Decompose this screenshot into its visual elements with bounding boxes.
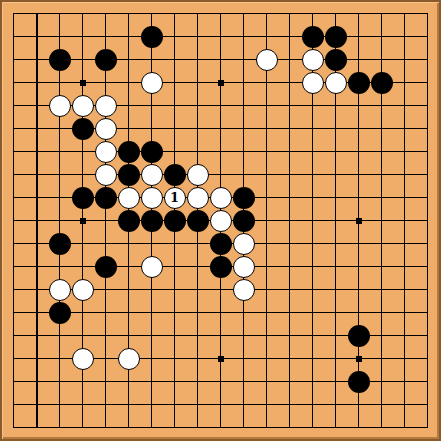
point-Q16[interactable] (347, 71, 370, 94)
point-A3[interactable] (2, 370, 25, 393)
point-M15[interactable] (255, 94, 278, 117)
point-M14[interactable] (255, 117, 278, 140)
black-stone-J10[interactable] (187, 210, 209, 232)
point-M9[interactable] (255, 232, 278, 255)
point-G5[interactable] (140, 324, 163, 347)
point-F2[interactable] (117, 393, 140, 416)
point-T1[interactable] (416, 416, 439, 439)
point-H15[interactable] (163, 94, 186, 117)
black-stone-G18[interactable] (141, 26, 163, 48)
point-Q8[interactable] (347, 255, 370, 278)
point-G10[interactable] (140, 209, 163, 232)
black-stone-D11[interactable] (72, 187, 94, 209)
point-K12[interactable] (209, 163, 232, 186)
point-T15[interactable] (416, 94, 439, 117)
black-stone-P17[interactable] (325, 49, 347, 71)
point-Q12[interactable] (347, 163, 370, 186)
point-S6[interactable] (393, 301, 416, 324)
point-L17[interactable] (232, 48, 255, 71)
point-B1[interactable] (25, 416, 48, 439)
white-stone-M17[interactable] (256, 49, 278, 71)
point-M16[interactable] (255, 71, 278, 94)
point-K8[interactable] (209, 255, 232, 278)
point-A7[interactable] (2, 278, 25, 301)
point-Q14[interactable] (347, 117, 370, 140)
point-A16[interactable] (2, 71, 25, 94)
point-H3[interactable] (163, 370, 186, 393)
point-J2[interactable] (186, 393, 209, 416)
point-F15[interactable] (117, 94, 140, 117)
point-F1[interactable] (117, 416, 140, 439)
white-stone-D7[interactable] (72, 279, 94, 301)
point-H10[interactable] (163, 209, 186, 232)
point-H19[interactable] (163, 2, 186, 25)
point-C2[interactable] (48, 393, 71, 416)
point-S16[interactable] (393, 71, 416, 94)
point-S3[interactable] (393, 370, 416, 393)
point-B2[interactable] (25, 393, 48, 416)
point-C5[interactable] (48, 324, 71, 347)
black-stone-G13[interactable] (141, 141, 163, 163)
point-T18[interactable] (416, 25, 439, 48)
point-P10[interactable] (324, 209, 347, 232)
point-P15[interactable] (324, 94, 347, 117)
white-stone-K10[interactable] (210, 210, 232, 232)
point-J11[interactable] (186, 186, 209, 209)
point-P7[interactable] (324, 278, 347, 301)
point-C16[interactable] (48, 71, 71, 94)
black-stone-G10[interactable] (141, 210, 163, 232)
point-P16[interactable] (324, 71, 347, 94)
point-J7[interactable] (186, 278, 209, 301)
point-E13[interactable] (94, 140, 117, 163)
point-T7[interactable] (416, 278, 439, 301)
point-F18[interactable] (117, 25, 140, 48)
point-N2[interactable] (278, 393, 301, 416)
point-M5[interactable] (255, 324, 278, 347)
point-Q9[interactable] (347, 232, 370, 255)
point-T12[interactable] (416, 163, 439, 186)
point-O8[interactable] (301, 255, 324, 278)
point-D2[interactable] (71, 393, 94, 416)
point-M2[interactable] (255, 393, 278, 416)
point-N3[interactable] (278, 370, 301, 393)
point-F19[interactable] (117, 2, 140, 25)
point-O10[interactable] (301, 209, 324, 232)
point-S4[interactable] (393, 347, 416, 370)
point-N4[interactable] (278, 347, 301, 370)
point-G4[interactable] (140, 347, 163, 370)
point-H12[interactable] (163, 163, 186, 186)
point-O14[interactable] (301, 117, 324, 140)
point-H4[interactable] (163, 347, 186, 370)
point-M1[interactable] (255, 416, 278, 439)
white-stone-D4[interactable] (72, 348, 94, 370)
point-S13[interactable] (393, 140, 416, 163)
point-F11[interactable] (117, 186, 140, 209)
point-O7[interactable] (301, 278, 324, 301)
point-R14[interactable] (370, 117, 393, 140)
point-N17[interactable] (278, 48, 301, 71)
point-F9[interactable] (117, 232, 140, 255)
point-P13[interactable] (324, 140, 347, 163)
point-O6[interactable] (301, 301, 324, 324)
point-L3[interactable] (232, 370, 255, 393)
point-R7[interactable] (370, 278, 393, 301)
white-stone-P16[interactable] (325, 72, 347, 94)
point-Q1[interactable] (347, 416, 370, 439)
point-T13[interactable] (416, 140, 439, 163)
point-E8[interactable] (94, 255, 117, 278)
black-stone-E17[interactable] (95, 49, 117, 71)
point-G2[interactable] (140, 393, 163, 416)
point-R10[interactable] (370, 209, 393, 232)
point-E10[interactable] (94, 209, 117, 232)
point-R1[interactable] (370, 416, 393, 439)
point-D19[interactable] (71, 2, 94, 25)
point-C7[interactable] (48, 278, 71, 301)
point-E19[interactable] (94, 2, 117, 25)
white-stone-F4[interactable] (118, 348, 140, 370)
point-Q7[interactable] (347, 278, 370, 301)
point-P9[interactable] (324, 232, 347, 255)
point-A10[interactable] (2, 209, 25, 232)
point-B8[interactable] (25, 255, 48, 278)
point-T9[interactable] (416, 232, 439, 255)
point-K15[interactable] (209, 94, 232, 117)
white-stone-G8[interactable] (141, 256, 163, 278)
point-G11[interactable] (140, 186, 163, 209)
point-B17[interactable] (25, 48, 48, 71)
point-L9[interactable] (232, 232, 255, 255)
point-G7[interactable] (140, 278, 163, 301)
point-S2[interactable] (393, 393, 416, 416)
point-O18[interactable] (301, 25, 324, 48)
point-P12[interactable] (324, 163, 347, 186)
point-C12[interactable] (48, 163, 71, 186)
point-Q6[interactable] (347, 301, 370, 324)
white-stone-F11[interactable] (118, 187, 140, 209)
point-O4[interactable] (301, 347, 324, 370)
point-S9[interactable] (393, 232, 416, 255)
point-O17[interactable] (301, 48, 324, 71)
point-T5[interactable] (416, 324, 439, 347)
point-D12[interactable] (71, 163, 94, 186)
point-T8[interactable] (416, 255, 439, 278)
point-K17[interactable] (209, 48, 232, 71)
point-P2[interactable] (324, 393, 347, 416)
point-E17[interactable] (94, 48, 117, 71)
black-stone-F13[interactable] (118, 141, 140, 163)
point-P11[interactable] (324, 186, 347, 209)
point-D7[interactable] (71, 278, 94, 301)
point-R12[interactable] (370, 163, 393, 186)
black-stone-D14[interactable] (72, 118, 94, 140)
point-C13[interactable] (48, 140, 71, 163)
point-Q4[interactable] (347, 347, 370, 370)
point-B3[interactable] (25, 370, 48, 393)
point-T3[interactable] (416, 370, 439, 393)
point-E11[interactable] (94, 186, 117, 209)
point-B11[interactable] (25, 186, 48, 209)
point-E7[interactable] (94, 278, 117, 301)
point-T11[interactable] (416, 186, 439, 209)
point-H8[interactable] (163, 255, 186, 278)
point-H17[interactable] (163, 48, 186, 71)
point-B15[interactable] (25, 94, 48, 117)
point-N9[interactable] (278, 232, 301, 255)
point-K4[interactable] (209, 347, 232, 370)
point-B16[interactable] (25, 71, 48, 94)
point-C1[interactable] (48, 416, 71, 439)
point-J13[interactable] (186, 140, 209, 163)
point-B12[interactable] (25, 163, 48, 186)
point-D13[interactable] (71, 140, 94, 163)
point-A19[interactable] (2, 2, 25, 25)
point-D18[interactable] (71, 25, 94, 48)
point-D11[interactable] (71, 186, 94, 209)
white-stone-L9[interactable] (233, 233, 255, 255)
point-A8[interactable] (2, 255, 25, 278)
point-A1[interactable] (2, 416, 25, 439)
point-E6[interactable] (94, 301, 117, 324)
point-D1[interactable] (71, 416, 94, 439)
point-Q11[interactable] (347, 186, 370, 209)
point-H9[interactable] (163, 232, 186, 255)
point-N6[interactable] (278, 301, 301, 324)
point-J19[interactable] (186, 2, 209, 25)
point-P18[interactable] (324, 25, 347, 48)
point-F8[interactable] (117, 255, 140, 278)
point-Q5[interactable] (347, 324, 370, 347)
point-P3[interactable] (324, 370, 347, 393)
point-L19[interactable] (232, 2, 255, 25)
point-G9[interactable] (140, 232, 163, 255)
point-M18[interactable] (255, 25, 278, 48)
point-M19[interactable] (255, 2, 278, 25)
point-C10[interactable] (48, 209, 71, 232)
point-R2[interactable] (370, 393, 393, 416)
point-K16[interactable] (209, 71, 232, 94)
point-S15[interactable] (393, 94, 416, 117)
point-L12[interactable] (232, 163, 255, 186)
white-stone-L8[interactable] (233, 256, 255, 278)
white-stone-J11[interactable] (187, 187, 209, 209)
point-E18[interactable] (94, 25, 117, 48)
point-O5[interactable] (301, 324, 324, 347)
point-J3[interactable] (186, 370, 209, 393)
point-G1[interactable] (140, 416, 163, 439)
point-H11[interactable]: 1 (163, 186, 186, 209)
black-stone-Q5[interactable] (348, 325, 370, 347)
point-H13[interactable] (163, 140, 186, 163)
point-K9[interactable] (209, 232, 232, 255)
point-R17[interactable] (370, 48, 393, 71)
black-stone-E8[interactable] (95, 256, 117, 278)
white-stone-G11[interactable] (141, 187, 163, 209)
point-D14[interactable] (71, 117, 94, 140)
point-L2[interactable] (232, 393, 255, 416)
point-Q15[interactable] (347, 94, 370, 117)
point-K1[interactable] (209, 416, 232, 439)
point-N1[interactable] (278, 416, 301, 439)
point-T14[interactable] (416, 117, 439, 140)
point-S1[interactable] (393, 416, 416, 439)
point-A4[interactable] (2, 347, 25, 370)
point-H18[interactable] (163, 25, 186, 48)
point-L11[interactable] (232, 186, 255, 209)
point-L7[interactable] (232, 278, 255, 301)
point-F16[interactable] (117, 71, 140, 94)
point-M8[interactable] (255, 255, 278, 278)
point-O2[interactable] (301, 393, 324, 416)
point-T19[interactable] (416, 2, 439, 25)
point-D10[interactable] (71, 209, 94, 232)
point-L16[interactable] (232, 71, 255, 94)
point-E14[interactable] (94, 117, 117, 140)
point-G19[interactable] (140, 2, 163, 25)
black-stone-P18[interactable] (325, 26, 347, 48)
point-D4[interactable] (71, 347, 94, 370)
black-stone-H10[interactable] (164, 210, 186, 232)
white-stone-G16[interactable] (141, 72, 163, 94)
point-G3[interactable] (140, 370, 163, 393)
point-C17[interactable] (48, 48, 71, 71)
point-O12[interactable] (301, 163, 324, 186)
point-E9[interactable] (94, 232, 117, 255)
point-D8[interactable] (71, 255, 94, 278)
black-stone-Q3[interactable] (348, 371, 370, 393)
black-stone-C6[interactable] (49, 302, 71, 324)
white-stone-C15[interactable] (49, 95, 71, 117)
point-R4[interactable] (370, 347, 393, 370)
white-stone-K11[interactable] (210, 187, 232, 209)
point-F17[interactable] (117, 48, 140, 71)
point-Q13[interactable] (347, 140, 370, 163)
point-D6[interactable] (71, 301, 94, 324)
point-B14[interactable] (25, 117, 48, 140)
point-M11[interactable] (255, 186, 278, 209)
point-K19[interactable] (209, 2, 232, 25)
point-A12[interactable] (2, 163, 25, 186)
point-M13[interactable] (255, 140, 278, 163)
point-O3[interactable] (301, 370, 324, 393)
black-stone-L10[interactable] (233, 210, 255, 232)
point-E1[interactable] (94, 416, 117, 439)
point-A2[interactable] (2, 393, 25, 416)
white-stone-E12[interactable] (95, 164, 117, 186)
point-P17[interactable] (324, 48, 347, 71)
point-A11[interactable] (2, 186, 25, 209)
point-S17[interactable] (393, 48, 416, 71)
point-R5[interactable] (370, 324, 393, 347)
point-L5[interactable] (232, 324, 255, 347)
point-O19[interactable] (301, 2, 324, 25)
point-H6[interactable] (163, 301, 186, 324)
point-N7[interactable] (278, 278, 301, 301)
point-P8[interactable] (324, 255, 347, 278)
point-H16[interactable] (163, 71, 186, 94)
point-S8[interactable] (393, 255, 416, 278)
point-J1[interactable] (186, 416, 209, 439)
point-N13[interactable] (278, 140, 301, 163)
point-T17[interactable] (416, 48, 439, 71)
point-R6[interactable] (370, 301, 393, 324)
point-T6[interactable] (416, 301, 439, 324)
point-J6[interactable] (186, 301, 209, 324)
point-R19[interactable] (370, 2, 393, 25)
white-stone-O17[interactable] (302, 49, 324, 71)
point-A13[interactable] (2, 140, 25, 163)
point-D15[interactable] (71, 94, 94, 117)
white-stone-J12[interactable] (187, 164, 209, 186)
point-P14[interactable] (324, 117, 347, 140)
point-L14[interactable] (232, 117, 255, 140)
point-J17[interactable] (186, 48, 209, 71)
black-stone-O18[interactable] (302, 26, 324, 48)
point-F6[interactable] (117, 301, 140, 324)
point-G12[interactable] (140, 163, 163, 186)
point-R16[interactable] (370, 71, 393, 94)
point-L6[interactable] (232, 301, 255, 324)
point-K14[interactable] (209, 117, 232, 140)
point-R3[interactable] (370, 370, 393, 393)
point-P5[interactable] (324, 324, 347, 347)
point-O16[interactable] (301, 71, 324, 94)
point-C8[interactable] (48, 255, 71, 278)
point-J10[interactable] (186, 209, 209, 232)
black-stone-Q16[interactable] (348, 72, 370, 94)
point-H7[interactable] (163, 278, 186, 301)
point-G13[interactable] (140, 140, 163, 163)
point-K6[interactable] (209, 301, 232, 324)
point-E2[interactable] (94, 393, 117, 416)
point-O13[interactable] (301, 140, 324, 163)
point-O9[interactable] (301, 232, 324, 255)
point-S18[interactable] (393, 25, 416, 48)
point-F10[interactable] (117, 209, 140, 232)
point-Q2[interactable] (347, 393, 370, 416)
black-stone-K9[interactable] (210, 233, 232, 255)
black-stone-H12[interactable] (164, 164, 186, 186)
point-J12[interactable] (186, 163, 209, 186)
point-L1[interactable] (232, 416, 255, 439)
white-stone-E14[interactable] (95, 118, 117, 140)
point-M10[interactable] (255, 209, 278, 232)
point-G6[interactable] (140, 301, 163, 324)
point-B10[interactable] (25, 209, 48, 232)
black-stone-K8[interactable] (210, 256, 232, 278)
point-D3[interactable] (71, 370, 94, 393)
point-J16[interactable] (186, 71, 209, 94)
point-T2[interactable] (416, 393, 439, 416)
white-stone-D15[interactable] (72, 95, 94, 117)
point-L18[interactable] (232, 25, 255, 48)
point-O1[interactable] (301, 416, 324, 439)
point-F12[interactable] (117, 163, 140, 186)
point-P4[interactable] (324, 347, 347, 370)
point-N15[interactable] (278, 94, 301, 117)
point-Q17[interactable] (347, 48, 370, 71)
point-S14[interactable] (393, 117, 416, 140)
point-M4[interactable] (255, 347, 278, 370)
point-T16[interactable] (416, 71, 439, 94)
point-J15[interactable] (186, 94, 209, 117)
white-stone-L7[interactable] (233, 279, 255, 301)
point-R8[interactable] (370, 255, 393, 278)
point-S19[interactable] (393, 2, 416, 25)
point-N19[interactable] (278, 2, 301, 25)
